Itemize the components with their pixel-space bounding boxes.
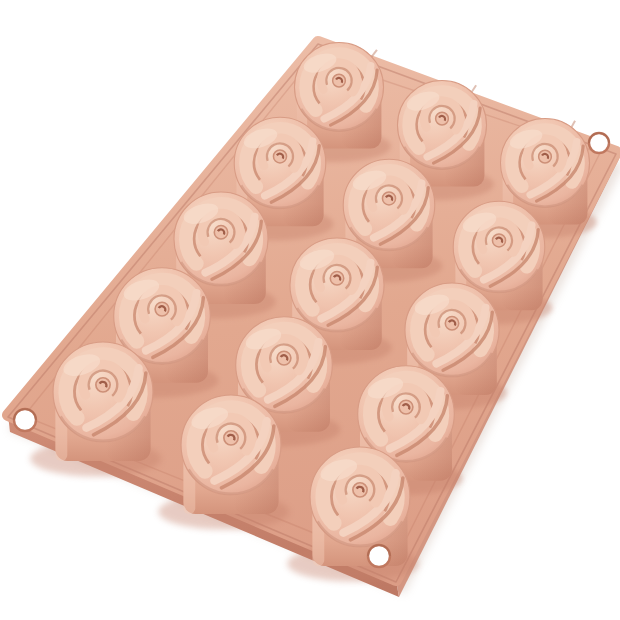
product-photo: [0, 0, 620, 620]
rose-mold-illustration: [0, 0, 620, 620]
